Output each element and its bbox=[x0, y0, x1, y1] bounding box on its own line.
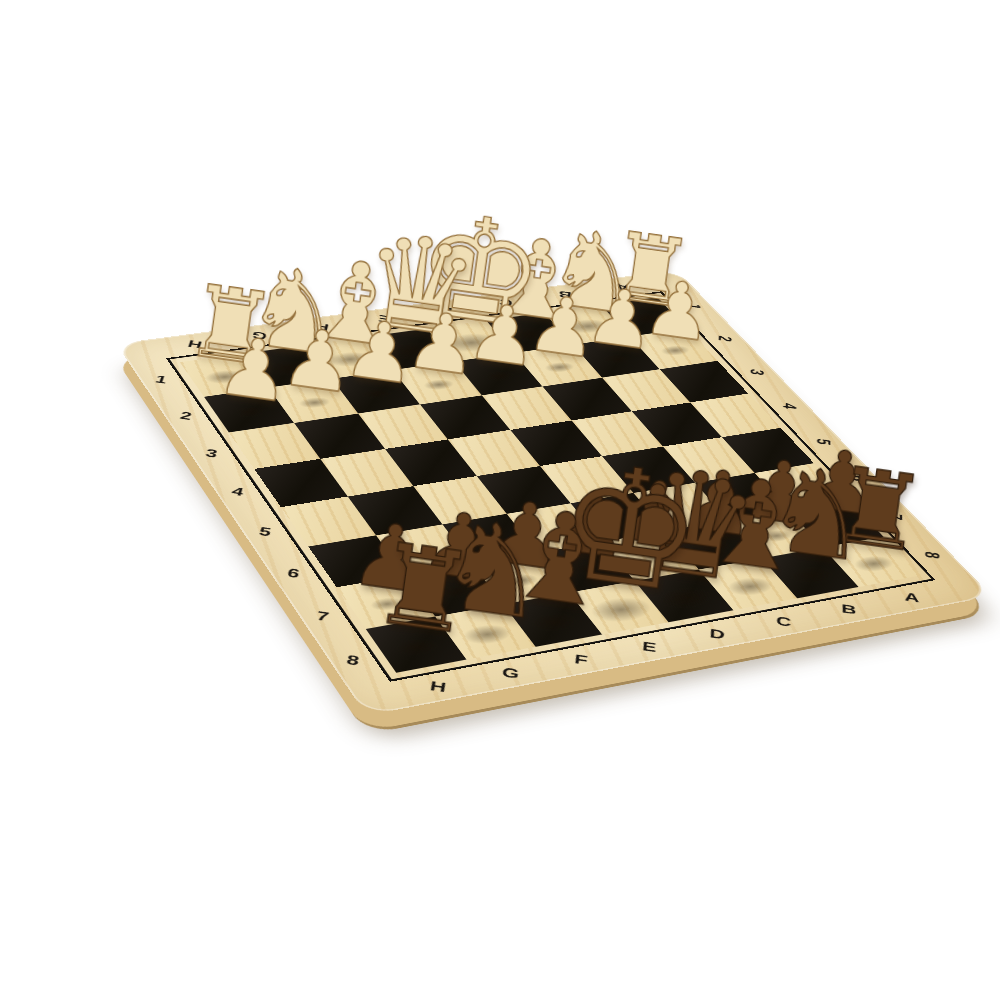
rank-label-2: 2 bbox=[163, 395, 208, 436]
piece-black-rook: ♜ bbox=[366, 527, 481, 652]
chessboard: HGFEDCBA HGFEDCBA 12345678 12345678 ♜♞♝♛… bbox=[116, 270, 992, 716]
square-e4 bbox=[448, 430, 540, 476]
square-h4 bbox=[254, 459, 347, 507]
rank-label-1: 1 bbox=[139, 360, 183, 400]
square-h8: ♜ bbox=[366, 617, 467, 673]
board-face: HGFEDCBA HGFEDCBA 12345678 12345678 ♜♞♝♛… bbox=[116, 270, 992, 716]
square-f3 bbox=[358, 404, 449, 449]
photo-stage: HGFEDCBA HGFEDCBA 12345678 12345678 ♜♞♝♛… bbox=[0, 0, 1000, 1000]
